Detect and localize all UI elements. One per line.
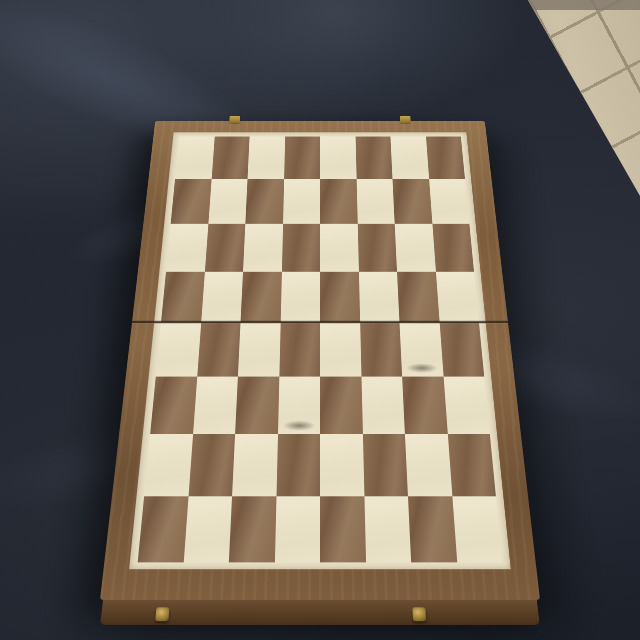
square-b7[interactable] (208, 179, 248, 224)
square-h4[interactable] (439, 322, 484, 376)
square-g4[interactable] (399, 322, 443, 376)
square-c2[interactable] (232, 434, 277, 496)
square-b1[interactable] (183, 496, 232, 562)
square-h7[interactable] (429, 179, 470, 224)
square-a4[interactable] (156, 322, 201, 376)
square-a3[interactable] (150, 376, 197, 434)
square-b8[interactable] (211, 137, 249, 179)
square-c1[interactable] (229, 496, 276, 562)
square-d5[interactable] (280, 271, 320, 322)
square-b4[interactable] (197, 322, 241, 376)
square-c4[interactable] (238, 322, 280, 376)
brass-clasp-right (413, 607, 427, 621)
square-f8[interactable] (355, 137, 392, 179)
square-c5[interactable] (241, 271, 282, 322)
square-c7[interactable] (245, 179, 283, 224)
square-d4[interactable] (279, 322, 320, 376)
square-f6[interactable] (357, 224, 397, 272)
square-g7[interactable] (392, 179, 432, 224)
square-d6[interactable] (282, 224, 320, 272)
square-h5[interactable] (435, 271, 478, 322)
square-f7[interactable] (356, 179, 394, 224)
square-d8[interactable] (284, 137, 320, 179)
square-c3[interactable] (235, 376, 279, 434)
square-a2[interactable] (144, 434, 192, 496)
square-b6[interactable] (205, 224, 246, 272)
square-e2[interactable] (320, 434, 364, 496)
square-c6[interactable] (243, 224, 283, 272)
square-f5[interactable] (358, 271, 399, 322)
square-h3[interactable] (443, 376, 490, 434)
square-h1[interactable] (452, 496, 502, 562)
square-e6[interactable] (320, 224, 358, 272)
square-e8[interactable] (320, 137, 356, 179)
chess-board: ♚♝ (100, 121, 540, 600)
square-a8[interactable] (175, 137, 214, 179)
chess-board-wrap: ♚♝ (100, 0, 540, 600)
square-e5[interactable] (320, 271, 360, 322)
square-h8[interactable] (426, 137, 465, 179)
square-f1[interactable] (364, 496, 411, 562)
square-h2[interactable] (447, 434, 495, 496)
square-g2[interactable] (405, 434, 452, 496)
square-d3[interactable] (278, 376, 320, 434)
square-d1[interactable] (274, 496, 320, 562)
square-c8[interactable] (248, 137, 285, 179)
square-a1[interactable] (138, 496, 188, 562)
square-e3[interactable] (320, 376, 362, 434)
square-d2[interactable] (276, 434, 320, 496)
square-b2[interactable] (188, 434, 235, 496)
square-a7[interactable] (171, 179, 212, 224)
square-b5[interactable] (201, 271, 243, 322)
square-a5[interactable] (161, 271, 204, 322)
square-g6[interactable] (395, 224, 436, 272)
square-f2[interactable] (362, 434, 407, 496)
square-e4[interactable] (320, 322, 361, 376)
board-grid (138, 137, 503, 563)
square-f3[interactable] (361, 376, 405, 434)
square-g3[interactable] (402, 376, 447, 434)
square-e7[interactable] (320, 179, 357, 224)
square-g1[interactable] (408, 496, 457, 562)
square-d7[interactable] (283, 179, 320, 224)
scene: ♚♝ (0, 0, 640, 640)
square-e1[interactable] (320, 496, 366, 562)
square-b3[interactable] (193, 376, 238, 434)
square-h6[interactable] (432, 224, 474, 272)
board-inner-border (129, 132, 511, 569)
square-g5[interactable] (397, 271, 439, 322)
square-f4[interactable] (360, 322, 402, 376)
brass-clasp-left (155, 607, 169, 621)
square-a6[interactable] (166, 224, 208, 272)
square-g8[interactable] (390, 137, 428, 179)
